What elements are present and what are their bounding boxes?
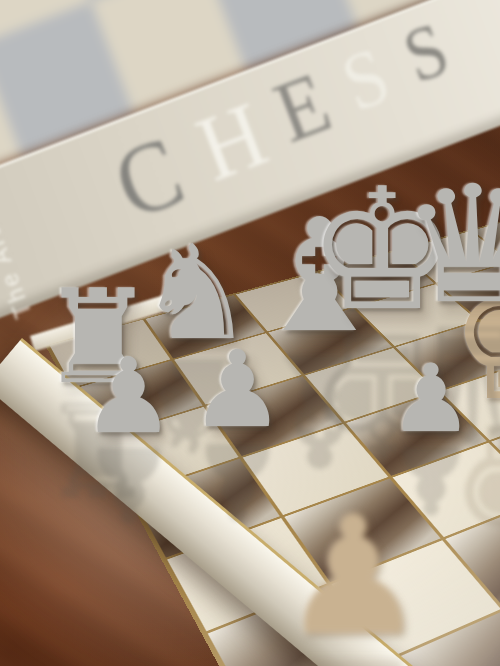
piece-wood-pawn[interactable]: ♟ ♟ (280, 495, 427, 666)
piece-reflection: ♟ (280, 634, 427, 666)
spine-letter-s1: S (332, 34, 399, 123)
scene-chess-set-photo: The Art Of C H E S S ♜ ♜ ♟ ♟ ♞ ♞ ♟ ♟ ♝ ♝… (0, 0, 500, 666)
book-spine-subtitle: The Art Of (0, 174, 38, 322)
spine-letter-e: E (264, 58, 341, 156)
spine-letter-h: H (185, 85, 277, 195)
spine-letter-s2: S (394, 10, 457, 95)
